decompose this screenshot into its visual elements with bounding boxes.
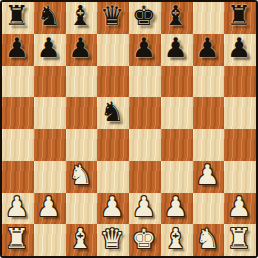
piece-black-bishop-c8[interactable]: ♝ — [68, 2, 92, 29]
piece-white-pawn-b2[interactable]: ♟ — [37, 193, 61, 220]
square-a2[interactable]: ♟ — [2, 193, 34, 225]
square-f2[interactable]: ♟ — [161, 193, 193, 225]
square-a6[interactable] — [2, 66, 34, 98]
square-f7[interactable]: ♟ — [161, 34, 193, 66]
square-d8[interactable]: ♛ — [97, 2, 129, 34]
piece-white-pawn-d2[interactable]: ♟ — [100, 193, 124, 220]
square-h3[interactable] — [224, 161, 256, 193]
square-g3[interactable]: ♟ — [193, 161, 225, 193]
piece-black-pawn-f7[interactable]: ♟ — [164, 34, 188, 61]
piece-white-rook-a1[interactable]: ♜ — [5, 225, 29, 252]
piece-white-pawn-h2[interactable]: ♟ — [227, 193, 251, 220]
square-h7[interactable]: ♟ — [224, 34, 256, 66]
square-a7[interactable]: ♟ — [2, 34, 34, 66]
square-c8[interactable]: ♝ — [66, 2, 98, 34]
square-c7[interactable]: ♟ — [66, 34, 98, 66]
square-b4[interactable] — [34, 129, 66, 161]
square-b2[interactable]: ♟ — [34, 193, 66, 225]
square-d2[interactable]: ♟ — [97, 193, 129, 225]
square-e2[interactable]: ♟ — [129, 193, 161, 225]
piece-black-pawn-h7[interactable]: ♟ — [227, 34, 251, 61]
square-a5[interactable] — [2, 97, 34, 129]
piece-white-pawn-e2[interactable]: ♟ — [132, 193, 156, 220]
square-c2[interactable] — [66, 193, 98, 225]
piece-white-pawn-g3[interactable]: ♟ — [195, 161, 219, 188]
square-d5[interactable]: ♞ — [97, 97, 129, 129]
square-g6[interactable] — [193, 66, 225, 98]
square-h5[interactable] — [224, 97, 256, 129]
square-d3[interactable] — [97, 161, 129, 193]
piece-white-bishop-f1[interactable]: ♝ — [164, 225, 188, 252]
square-b5[interactable] — [34, 97, 66, 129]
piece-white-knight-g1[interactable]: ♞ — [195, 225, 219, 252]
square-d1[interactable]: ♛ — [97, 224, 129, 256]
square-g5[interactable] — [193, 97, 225, 129]
square-e1[interactable]: ♚ — [129, 224, 161, 256]
piece-black-pawn-b7[interactable]: ♟ — [37, 34, 61, 61]
piece-black-rook-a8[interactable]: ♜ — [5, 2, 29, 29]
piece-black-pawn-c7[interactable]: ♟ — [68, 34, 92, 61]
square-h4[interactable] — [224, 129, 256, 161]
square-h1[interactable]: ♜ — [224, 224, 256, 256]
square-g8[interactable] — [193, 2, 225, 34]
square-c6[interactable] — [66, 66, 98, 98]
square-c5[interactable] — [66, 97, 98, 129]
square-e4[interactable] — [129, 129, 161, 161]
piece-black-pawn-a7[interactable]: ♟ — [5, 34, 29, 61]
square-f6[interactable] — [161, 66, 193, 98]
square-f8[interactable]: ♝ — [161, 2, 193, 34]
square-e7[interactable]: ♟ — [129, 34, 161, 66]
square-b8[interactable]: ♞ — [34, 2, 66, 34]
piece-white-knight-c3[interactable]: ♞ — [68, 161, 92, 188]
square-c1[interactable]: ♝ — [66, 224, 98, 256]
square-d7[interactable] — [97, 34, 129, 66]
square-b6[interactable] — [34, 66, 66, 98]
square-h6[interactable] — [224, 66, 256, 98]
piece-black-pawn-e7[interactable]: ♟ — [132, 34, 156, 61]
square-d4[interactable] — [97, 129, 129, 161]
square-e6[interactable] — [129, 66, 161, 98]
square-c4[interactable] — [66, 129, 98, 161]
piece-black-queen-d8[interactable]: ♛ — [100, 2, 124, 29]
square-g4[interactable] — [193, 129, 225, 161]
square-b3[interactable] — [34, 161, 66, 193]
square-a4[interactable] — [2, 129, 34, 161]
square-g1[interactable]: ♞ — [193, 224, 225, 256]
square-a8[interactable]: ♜ — [2, 2, 34, 34]
square-g2[interactable] — [193, 193, 225, 225]
square-e3[interactable] — [129, 161, 161, 193]
piece-white-pawn-a2[interactable]: ♟ — [5, 193, 29, 220]
square-f5[interactable] — [161, 97, 193, 129]
square-e8[interactable]: ♚ — [129, 2, 161, 34]
chess-board: ♜♞♝♛♚♝♜♟♟♟♟♟♟♟♞♞♟♟♟♟♟♟♟♜♝♛♚♝♞♜ — [0, 0, 258, 258]
square-a3[interactable] — [2, 161, 34, 193]
piece-black-knight-d5[interactable]: ♞ — [100, 98, 124, 125]
square-b1[interactable] — [34, 224, 66, 256]
square-g7[interactable]: ♟ — [193, 34, 225, 66]
piece-white-bishop-c1[interactable]: ♝ — [68, 225, 92, 252]
square-b7[interactable]: ♟ — [34, 34, 66, 66]
square-h2[interactable]: ♟ — [224, 193, 256, 225]
square-f1[interactable]: ♝ — [161, 224, 193, 256]
square-f4[interactable] — [161, 129, 193, 161]
square-a1[interactable]: ♜ — [2, 224, 34, 256]
square-c3[interactable]: ♞ — [66, 161, 98, 193]
piece-black-king-e8[interactable]: ♚ — [132, 2, 156, 29]
piece-white-pawn-f2[interactable]: ♟ — [164, 193, 188, 220]
piece-black-pawn-g7[interactable]: ♟ — [195, 34, 219, 61]
piece-white-king-e1[interactable]: ♚ — [132, 225, 156, 252]
square-d6[interactable] — [97, 66, 129, 98]
square-f3[interactable] — [161, 161, 193, 193]
piece-black-bishop-f8[interactable]: ♝ — [164, 2, 188, 29]
piece-black-knight-b8[interactable]: ♞ — [37, 2, 61, 29]
piece-white-queen-d1[interactable]: ♛ — [100, 225, 124, 252]
piece-black-rook-h8[interactable]: ♜ — [227, 2, 251, 29]
square-h8[interactable]: ♜ — [224, 2, 256, 34]
square-e5[interactable] — [129, 97, 161, 129]
piece-white-rook-h1[interactable]: ♜ — [227, 225, 251, 252]
